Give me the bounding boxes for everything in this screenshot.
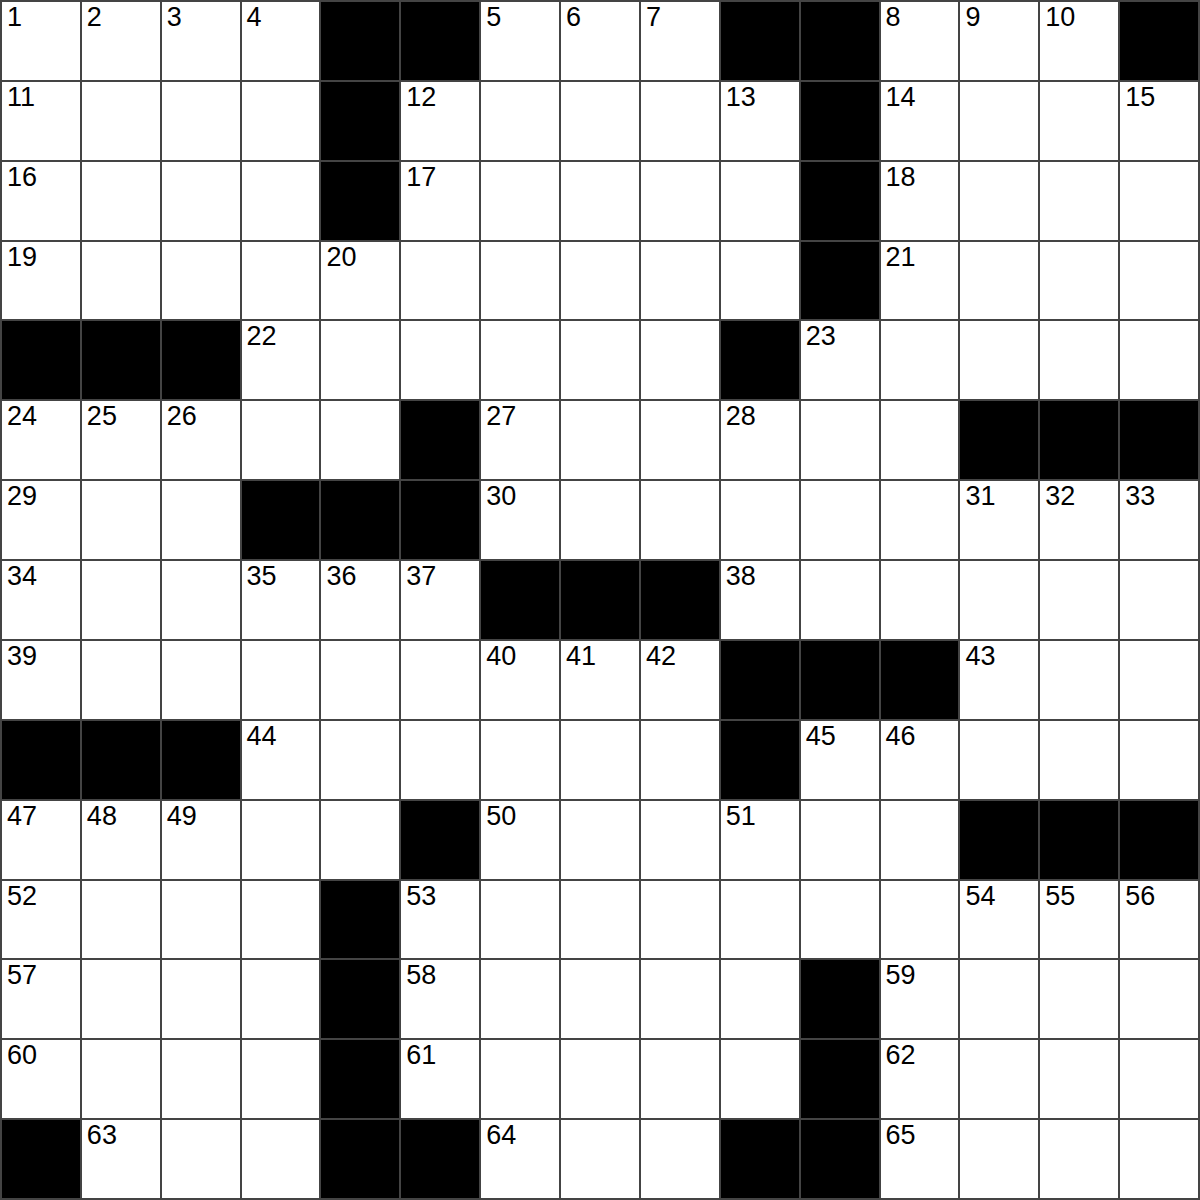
black-cell-r10c2 [82,721,160,799]
cell-r8c6[interactable]: 37 [401,561,479,639]
black-cell-r15c6 [401,1120,479,1198]
black-cell-r10c3 [162,721,240,799]
clue-number-14: 14 [886,83,916,111]
cell-r12c11[interactable] [801,881,879,959]
cell-r8c1[interactable]: 34 [2,561,80,639]
black-cell-r15c1 [2,1120,80,1198]
clue-number-55: 55 [1045,882,1075,910]
cell-r15c12[interactable]: 65 [881,1120,959,1198]
clue-number-62: 62 [886,1041,916,1069]
cell-r14c8[interactable] [561,1040,639,1118]
clue-number-24: 24 [7,402,37,430]
cell-r3c15[interactable] [1120,162,1198,240]
clue-number-30: 30 [486,482,516,510]
black-cell-r10c10 [721,721,799,799]
cell-r2c9[interactable] [641,82,719,160]
black-cell-r9c12 [881,641,959,719]
cell-r2c4[interactable] [242,82,320,160]
cell-r13c3[interactable] [162,960,240,1038]
cell-r6c9[interactable] [641,401,719,479]
clue-number-3: 3 [167,3,182,31]
clue-number-13: 13 [726,83,756,111]
cell-r4c14[interactable] [1040,242,1118,320]
clue-number-43: 43 [965,642,995,670]
cell-r6c10[interactable]: 28 [721,401,799,479]
cell-r6c1[interactable]: 24 [2,401,80,479]
black-cell-r9c11 [801,641,879,719]
clue-number-26: 26 [167,402,197,430]
clue-number-38: 38 [726,562,756,590]
clue-number-11: 11 [7,83,35,111]
cell-r9c13[interactable]: 43 [960,641,1038,719]
cell-r4c10[interactable] [721,242,799,320]
cell-r4c9[interactable] [641,242,719,320]
cell-r6c11[interactable] [801,401,879,479]
cell-r15c8[interactable] [561,1120,639,1198]
black-cell-r6c14 [1040,401,1118,479]
clue-number-50: 50 [486,802,516,830]
cell-r11c9[interactable] [641,801,719,879]
cell-r10c12[interactable]: 46 [881,721,959,799]
cell-r3c9[interactable] [641,162,719,240]
cell-r8c2[interactable] [82,561,160,639]
cell-r10c7[interactable] [481,721,559,799]
cell-r1c12[interactable]: 8 [881,2,959,80]
cell-r12c3[interactable] [162,881,240,959]
cell-r13c2[interactable] [82,960,160,1038]
clue-number-29: 29 [7,482,37,510]
cell-r4c3[interactable] [162,242,240,320]
black-cell-r13c11 [801,960,879,1038]
cell-r7c9[interactable] [641,481,719,559]
clue-number-28: 28 [726,402,756,430]
cell-r14c13[interactable] [960,1040,1038,1118]
cell-r12c10[interactable] [721,881,799,959]
cell-r6c5[interactable] [321,401,399,479]
clue-number-17: 17 [406,163,436,191]
cell-r12c8[interactable] [561,881,639,959]
cell-r8c5[interactable]: 36 [321,561,399,639]
black-cell-r11c14 [1040,801,1118,879]
black-cell-r7c4 [242,481,320,559]
cell-r10c6[interactable] [401,721,479,799]
cell-r4c4[interactable] [242,242,320,320]
cell-r9c5[interactable] [321,641,399,719]
cell-r12c15[interactable]: 56 [1120,881,1198,959]
cell-r9c9[interactable]: 42 [641,641,719,719]
black-cell-r12c5 [321,881,399,959]
clue-number-54: 54 [965,882,995,910]
black-cell-r5c10 [721,321,799,399]
clue-number-12: 12 [406,83,436,111]
clue-number-58: 58 [406,961,436,989]
clue-number-9: 9 [965,3,980,31]
clue-number-36: 36 [326,562,356,590]
cell-r3c3[interactable] [162,162,240,240]
black-cell-r8c8 [561,561,639,639]
cell-r15c13[interactable] [960,1120,1038,1198]
clue-number-41: 41 [566,642,596,670]
cell-r3c12[interactable]: 18 [881,162,959,240]
cell-r11c1[interactable]: 47 [2,801,80,879]
cell-r11c10[interactable]: 51 [721,801,799,879]
cell-r9c3[interactable] [162,641,240,719]
cell-r6c12[interactable] [881,401,959,479]
clue-number-59: 59 [886,961,916,989]
clue-number-56: 56 [1125,882,1155,910]
cell-r8c13[interactable] [960,561,1038,639]
cell-r5c9[interactable] [641,321,719,399]
black-cell-r6c13 [960,401,1038,479]
clue-number-8: 8 [886,3,901,31]
cell-r14c12[interactable]: 62 [881,1040,959,1118]
black-cell-r14c11 [801,1040,879,1118]
cell-r10c9[interactable] [641,721,719,799]
black-cell-r6c6 [401,401,479,479]
cell-r7c14[interactable]: 32 [1040,481,1118,559]
clue-number-15: 15 [1125,83,1155,111]
cell-r1c14[interactable]: 10 [1040,2,1118,80]
clue-number-51: 51 [726,802,756,830]
black-cell-r2c11 [801,82,879,160]
cell-r7c2[interactable] [82,481,160,559]
cell-r2c1[interactable]: 11 [2,82,80,160]
cell-r9c1[interactable]: 39 [2,641,80,719]
cell-r13c1[interactable]: 57 [2,960,80,1038]
cell-r8c15[interactable] [1120,561,1198,639]
clue-number-61: 61 [406,1041,436,1069]
black-cell-r13c5 [321,960,399,1038]
black-cell-r5c3 [162,321,240,399]
cell-r2c14[interactable] [1040,82,1118,160]
cell-r13c15[interactable] [1120,960,1198,1038]
cell-r4c7[interactable] [481,242,559,320]
cell-r6c7[interactable]: 27 [481,401,559,479]
cell-r14c2[interactable] [82,1040,160,1118]
clue-number-18: 18 [886,163,916,191]
cell-r3c14[interactable] [1040,162,1118,240]
cell-r5c11[interactable]: 23 [801,321,879,399]
cell-r8c11[interactable] [801,561,879,639]
cell-r13c10[interactable] [721,960,799,1038]
clue-number-19: 19 [7,243,37,271]
black-cell-r1c5 [321,2,399,80]
cell-r4c2[interactable] [82,242,160,320]
cell-r8c10[interactable]: 38 [721,561,799,639]
cell-r9c15[interactable] [1120,641,1198,719]
cell-r10c11[interactable]: 45 [801,721,879,799]
cell-r14c7[interactable] [481,1040,559,1118]
clue-number-46: 46 [886,722,916,750]
cell-r2c3[interactable] [162,82,240,160]
cell-r5c15[interactable] [1120,321,1198,399]
cell-r4c13[interactable] [960,242,1038,320]
black-cell-r15c5 [321,1120,399,1198]
cell-r3c10[interactable] [721,162,799,240]
clue-number-4: 4 [247,3,262,31]
cell-r9c14[interactable] [1040,641,1118,719]
cell-r15c15[interactable] [1120,1120,1198,1198]
cell-r2c2[interactable] [82,82,160,160]
cell-r14c6[interactable]: 61 [401,1040,479,1118]
clue-number-31: 31 [965,482,995,510]
cell-r5c8[interactable] [561,321,639,399]
black-cell-r1c10 [721,2,799,80]
cell-r7c8[interactable] [561,481,639,559]
cell-r14c4[interactable] [242,1040,320,1118]
cell-r1c9[interactable]: 7 [641,2,719,80]
cell-r5c13[interactable] [960,321,1038,399]
cell-r1c2[interactable]: 2 [82,2,160,80]
cell-r10c14[interactable] [1040,721,1118,799]
clue-number-57: 57 [7,961,37,989]
cell-r13c7[interactable] [481,960,559,1038]
cell-r8c12[interactable] [881,561,959,639]
black-cell-r8c7 [481,561,559,639]
cell-r7c12[interactable] [881,481,959,559]
black-cell-r1c6 [401,2,479,80]
black-cell-r10c1 [2,721,80,799]
black-cell-r11c15 [1120,801,1198,879]
clue-number-40: 40 [486,642,516,670]
black-cell-r1c15 [1120,2,1198,80]
clue-number-44: 44 [247,722,277,750]
cell-r7c10[interactable] [721,481,799,559]
cell-r3c1[interactable]: 16 [2,162,80,240]
cell-r15c9[interactable] [641,1120,719,1198]
black-cell-r8c9 [641,561,719,639]
cell-r2c6[interactable]: 12 [401,82,479,160]
cell-r13c13[interactable] [960,960,1038,1038]
cell-r1c13[interactable]: 9 [960,2,1038,80]
clue-number-16: 16 [7,163,37,191]
clue-number-7: 7 [646,3,661,31]
cell-r12c14[interactable]: 55 [1040,881,1118,959]
clue-number-23: 23 [806,322,836,350]
cell-r11c11[interactable] [801,801,879,879]
cell-r5c14[interactable] [1040,321,1118,399]
crossword-grid: 1234567891011121314151617181920212223242… [0,0,1200,1200]
cell-r14c10[interactable] [721,1040,799,1118]
cell-r15c2[interactable]: 63 [82,1120,160,1198]
cell-r6c2[interactable]: 25 [82,401,160,479]
cell-r15c7[interactable]: 64 [481,1120,559,1198]
black-cell-r5c2 [82,321,160,399]
cell-r12c7[interactable] [481,881,559,959]
cell-r12c4[interactable] [242,881,320,959]
cell-r2c12[interactable]: 14 [881,82,959,160]
cell-r6c3[interactable]: 26 [162,401,240,479]
cell-r4c6[interactable] [401,242,479,320]
cell-r12c13[interactable]: 54 [960,881,1038,959]
clue-number-37: 37 [406,562,436,590]
cell-r12c1[interactable]: 52 [2,881,80,959]
clue-number-22: 22 [247,322,277,350]
cell-r13c8[interactable] [561,960,639,1038]
black-cell-r4c11 [801,242,879,320]
clue-number-42: 42 [646,642,676,670]
cell-r10c8[interactable] [561,721,639,799]
clue-number-32: 32 [1045,482,1075,510]
cell-r13c9[interactable] [641,960,719,1038]
cell-r7c3[interactable] [162,481,240,559]
black-cell-r15c10 [721,1120,799,1198]
clue-number-52: 52 [7,882,37,910]
cell-r12c2[interactable] [82,881,160,959]
cell-r13c4[interactable] [242,960,320,1038]
cell-r11c8[interactable] [561,801,639,879]
clue-number-1: 1 [7,3,22,31]
cell-r1c7[interactable]: 5 [481,2,559,80]
cell-r12c9[interactable] [641,881,719,959]
black-cell-r14c5 [321,1040,399,1118]
cell-r2c15[interactable]: 15 [1120,82,1198,160]
cell-r2c7[interactable] [481,82,559,160]
cell-r15c4[interactable] [242,1120,320,1198]
black-cell-r3c11 [801,162,879,240]
clue-number-45: 45 [806,722,836,750]
cell-r9c6[interactable] [401,641,479,719]
cell-r1c1[interactable]: 1 [2,2,80,80]
cell-r13c12[interactable]: 59 [881,960,959,1038]
cell-r7c15[interactable]: 33 [1120,481,1198,559]
cell-r14c3[interactable] [162,1040,240,1118]
cell-r8c14[interactable] [1040,561,1118,639]
clue-number-35: 35 [247,562,277,590]
black-cell-r1c11 [801,2,879,80]
cell-r10c4[interactable]: 44 [242,721,320,799]
cell-r13c6[interactable]: 58 [401,960,479,1038]
clue-number-60: 60 [7,1041,37,1069]
cell-r10c15[interactable] [1120,721,1198,799]
cell-r5c6[interactable] [401,321,479,399]
cell-r4c15[interactable] [1120,242,1198,320]
cell-r11c3[interactable]: 49 [162,801,240,879]
cell-r3c7[interactable] [481,162,559,240]
cell-r6c4[interactable] [242,401,320,479]
clue-number-20: 20 [326,243,356,271]
cell-r11c7[interactable]: 50 [481,801,559,879]
clue-number-6: 6 [566,3,581,31]
cell-r4c5[interactable]: 20 [321,242,399,320]
cell-r4c8[interactable] [561,242,639,320]
cell-r8c3[interactable] [162,561,240,639]
black-cell-r7c5 [321,481,399,559]
cell-r11c5[interactable] [321,801,399,879]
cell-r2c10[interactable]: 13 [721,82,799,160]
clue-number-64: 64 [486,1121,516,1149]
black-cell-r11c6 [401,801,479,879]
clue-number-33: 33 [1125,482,1155,510]
cell-r12c12[interactable] [881,881,959,959]
clue-number-53: 53 [406,882,436,910]
cell-r9c7[interactable]: 40 [481,641,559,719]
cell-r1c3[interactable]: 3 [162,2,240,80]
clue-number-21: 21 [886,243,916,271]
cell-r9c8[interactable]: 41 [561,641,639,719]
cell-r5c5[interactable] [321,321,399,399]
cell-r3c4[interactable] [242,162,320,240]
clue-number-10: 10 [1045,3,1075,31]
cell-r2c13[interactable] [960,82,1038,160]
clue-number-49: 49 [167,802,197,830]
black-cell-r9c10 [721,641,799,719]
clue-number-65: 65 [886,1121,916,1149]
cell-r14c15[interactable] [1120,1040,1198,1118]
cell-r14c1[interactable]: 60 [2,1040,80,1118]
cell-r3c13[interactable] [960,162,1038,240]
clue-number-25: 25 [87,402,117,430]
cell-r11c2[interactable]: 48 [82,801,160,879]
clue-number-47: 47 [7,802,37,830]
clue-number-5: 5 [486,3,501,31]
cell-r14c14[interactable] [1040,1040,1118,1118]
cell-r1c4[interactable]: 4 [242,2,320,80]
cell-r3c6[interactable]: 17 [401,162,479,240]
clue-number-63: 63 [87,1121,117,1149]
cell-r11c12[interactable] [881,801,959,879]
black-cell-r2c5 [321,82,399,160]
cell-r9c4[interactable] [242,641,320,719]
cell-r1c8[interactable]: 6 [561,2,639,80]
black-cell-r6c15 [1120,401,1198,479]
cell-r5c4[interactable]: 22 [242,321,320,399]
cell-r4c1[interactable]: 19 [2,242,80,320]
cell-r15c14[interactable] [1040,1120,1118,1198]
cell-r11c4[interactable] [242,801,320,879]
cell-r5c7[interactable] [481,321,559,399]
black-cell-r3c5 [321,162,399,240]
clue-number-27: 27 [486,402,516,430]
clue-number-48: 48 [87,802,117,830]
cell-r7c13[interactable]: 31 [960,481,1038,559]
black-cell-r5c1 [2,321,80,399]
cell-r10c13[interactable] [960,721,1038,799]
cell-r5c12[interactable] [881,321,959,399]
clue-number-39: 39 [7,642,37,670]
black-cell-r7c6 [401,481,479,559]
cell-r8c4[interactable]: 35 [242,561,320,639]
black-cell-r15c11 [801,1120,879,1198]
cell-r7c1[interactable]: 29 [2,481,80,559]
cell-r7c11[interactable] [801,481,879,559]
cell-r7c7[interactable]: 30 [481,481,559,559]
clue-number-34: 34 [7,562,37,590]
clue-number-2: 2 [87,3,102,31]
cell-r3c2[interactable] [82,162,160,240]
cell-r9c2[interactable] [82,641,160,719]
cell-r6c8[interactable] [561,401,639,479]
cell-r15c3[interactable] [162,1120,240,1198]
cell-r2c8[interactable] [561,82,639,160]
black-cell-r11c13 [960,801,1038,879]
cell-r14c9[interactable] [641,1040,719,1118]
cell-r10c5[interactable] [321,721,399,799]
cell-r3c8[interactable] [561,162,639,240]
cell-r13c14[interactable] [1040,960,1118,1038]
cell-r12c6[interactable]: 53 [401,881,479,959]
cell-r4c12[interactable]: 21 [881,242,959,320]
